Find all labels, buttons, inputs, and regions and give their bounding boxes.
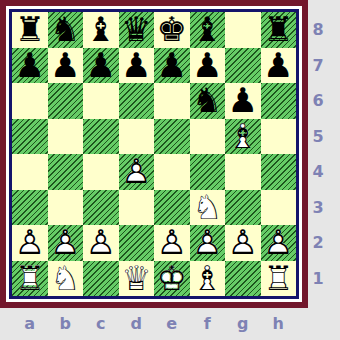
square-c3[interactable] — [83, 190, 119, 226]
file-label-b: b — [48, 308, 84, 338]
square-e1[interactable]: ♚♔ — [154, 261, 190, 297]
file-label-h: h — [261, 308, 297, 338]
piece-black-pawn[interactable]: ♟ — [83, 48, 119, 84]
square-f5[interactable] — [190, 119, 226, 155]
board-inner-border: ♜♞♝♛♚♝♜♟♟♟♟♟♟♟♞♟♝♗♟♙♞♘♟♙♟♙♟♙♟♙♟♙♟♙♟♙♜♖♞♘… — [9, 9, 299, 299]
square-h3[interactable] — [261, 190, 297, 226]
square-g2[interactable]: ♟♙ — [225, 225, 261, 261]
chess-board: ♜♞♝♛♚♝♜♟♟♟♟♟♟♟♞♟♝♗♟♙♞♘♟♙♟♙♟♙♟♙♟♙♟♙♟♙♜♖♞♘… — [12, 12, 296, 296]
square-d5[interactable] — [119, 119, 155, 155]
square-a6[interactable] — [12, 83, 48, 119]
piece-black-knight[interactable]: ♞ — [48, 12, 84, 48]
piece-white-knight[interactable]: ♘ — [48, 261, 84, 297]
square-f7[interactable]: ♟ — [190, 48, 226, 84]
square-g4[interactable] — [225, 154, 261, 190]
square-a2[interactable]: ♟♙ — [12, 225, 48, 261]
piece-black-pawn[interactable]: ♟ — [154, 48, 190, 84]
rank-label-7: 7 — [302, 48, 334, 84]
square-b1[interactable]: ♞♘ — [48, 261, 84, 297]
square-f8[interactable]: ♝ — [190, 12, 226, 48]
rank-label-8: 8 — [302, 12, 334, 48]
file-label-d: d — [119, 308, 155, 338]
rank-label-3: 3 — [302, 190, 334, 226]
square-d4[interactable]: ♟♙ — [119, 154, 155, 190]
square-c7[interactable]: ♟ — [83, 48, 119, 84]
square-a7[interactable]: ♟ — [12, 48, 48, 84]
piece-white-pawn[interactable]: ♙ — [190, 225, 226, 261]
piece-black-knight[interactable]: ♞ — [190, 83, 226, 119]
piece-black-rook[interactable]: ♜ — [261, 12, 297, 48]
rank-label-5: 5 — [302, 119, 334, 155]
rank-label-1: 1 — [302, 261, 334, 297]
piece-white-rook[interactable]: ♖ — [261, 261, 297, 297]
file-labels: abcdefgh — [12, 308, 296, 338]
square-e4[interactable] — [154, 154, 190, 190]
square-f6[interactable]: ♞ — [190, 83, 226, 119]
piece-white-pawn[interactable]: ♙ — [119, 154, 155, 190]
piece-black-pawn[interactable]: ♟ — [190, 48, 226, 84]
square-b6[interactable] — [48, 83, 84, 119]
square-e2[interactable]: ♟♙ — [154, 225, 190, 261]
piece-black-pawn[interactable]: ♟ — [119, 48, 155, 84]
square-h5[interactable] — [261, 119, 297, 155]
square-c5[interactable] — [83, 119, 119, 155]
square-c8[interactable]: ♝ — [83, 12, 119, 48]
square-a8[interactable]: ♜ — [12, 12, 48, 48]
square-g7[interactable] — [225, 48, 261, 84]
square-h7[interactable]: ♟ — [261, 48, 297, 84]
square-d3[interactable] — [119, 190, 155, 226]
rank-label-2: 2 — [302, 225, 334, 261]
rank-labels: 87654321 — [302, 12, 334, 296]
square-g8[interactable] — [225, 12, 261, 48]
piece-black-pawn[interactable]: ♟ — [261, 48, 297, 84]
piece-black-bishop[interactable]: ♝ — [190, 12, 226, 48]
piece-black-queen[interactable]: ♛ — [119, 12, 155, 48]
rank-label-6: 6 — [302, 83, 334, 119]
square-c6[interactable] — [83, 83, 119, 119]
piece-white-pawn[interactable]: ♙ — [154, 225, 190, 261]
piece-black-pawn[interactable]: ♟ — [225, 83, 261, 119]
piece-white-pawn[interactable]: ♙ — [225, 225, 261, 261]
square-b7[interactable]: ♟ — [48, 48, 84, 84]
square-e6[interactable] — [154, 83, 190, 119]
piece-white-knight[interactable]: ♘ — [190, 190, 226, 226]
square-c1[interactable] — [83, 261, 119, 297]
square-h6[interactable] — [261, 83, 297, 119]
piece-white-pawn[interactable]: ♙ — [83, 225, 119, 261]
board-mat: ♜♞♝♛♚♝♜♟♟♟♟♟♟♟♞♟♝♗♟♙♞♘♟♙♟♙♟♙♟♙♟♙♟♙♟♙♜♖♞♘… — [6, 6, 302, 302]
piece-white-pawn[interactable]: ♙ — [12, 225, 48, 261]
piece-white-rook[interactable]: ♖ — [12, 261, 48, 297]
square-b3[interactable] — [48, 190, 84, 226]
piece-white-queen[interactable]: ♕ — [119, 261, 155, 297]
square-f1[interactable]: ♝♗ — [190, 261, 226, 297]
square-b8[interactable]: ♞ — [48, 12, 84, 48]
square-f3[interactable]: ♞♘ — [190, 190, 226, 226]
square-h8[interactable]: ♜ — [261, 12, 297, 48]
piece-black-rook[interactable]: ♜ — [12, 12, 48, 48]
file-label-c: c — [83, 308, 119, 338]
piece-black-pawn[interactable]: ♟ — [48, 48, 84, 84]
piece-white-king[interactable]: ♔ — [154, 261, 190, 297]
square-d1[interactable]: ♛♕ — [119, 261, 155, 297]
square-h2[interactable]: ♟♙ — [261, 225, 297, 261]
square-a4[interactable] — [12, 154, 48, 190]
square-a5[interactable] — [12, 119, 48, 155]
square-d2[interactable] — [119, 225, 155, 261]
square-g3[interactable] — [225, 190, 261, 226]
square-g1[interactable] — [225, 261, 261, 297]
square-b4[interactable] — [48, 154, 84, 190]
square-f4[interactable] — [190, 154, 226, 190]
chess-diagram-page: { "game": "chess", "position": "rnbqkb1r… — [0, 0, 340, 340]
square-b2[interactable]: ♟♙ — [48, 225, 84, 261]
piece-white-pawn[interactable]: ♙ — [48, 225, 84, 261]
piece-black-pawn[interactable]: ♟ — [12, 48, 48, 84]
board-frame: ♜♞♝♛♚♝♜♟♟♟♟♟♟♟♞♟♝♗♟♙♞♘♟♙♟♙♟♙♟♙♟♙♟♙♟♙♜♖♞♘… — [0, 0, 308, 308]
rank-label-4: 4 — [302, 154, 334, 190]
square-h1[interactable]: ♜♖ — [261, 261, 297, 297]
square-e8[interactable]: ♚ — [154, 12, 190, 48]
piece-white-bishop[interactable]: ♗ — [190, 261, 226, 297]
square-d7[interactable]: ♟ — [119, 48, 155, 84]
square-f2[interactable]: ♟♙ — [190, 225, 226, 261]
square-g5[interactable]: ♝♗ — [225, 119, 261, 155]
square-d8[interactable]: ♛ — [119, 12, 155, 48]
square-a1[interactable]: ♜♖ — [12, 261, 48, 297]
square-c4[interactable] — [83, 154, 119, 190]
file-label-g: g — [225, 308, 261, 338]
square-g6[interactable]: ♟ — [225, 83, 261, 119]
square-e7[interactable]: ♟ — [154, 48, 190, 84]
piece-white-pawn[interactable]: ♙ — [261, 225, 297, 261]
piece-black-king[interactable]: ♚ — [154, 12, 190, 48]
file-label-e: e — [154, 308, 190, 338]
piece-white-bishop[interactable]: ♗ — [225, 119, 261, 155]
square-b5[interactable] — [48, 119, 84, 155]
square-d6[interactable] — [119, 83, 155, 119]
square-e3[interactable] — [154, 190, 190, 226]
file-label-f: f — [190, 308, 226, 338]
square-c2[interactable]: ♟♙ — [83, 225, 119, 261]
square-h4[interactable] — [261, 154, 297, 190]
square-e5[interactable] — [154, 119, 190, 155]
piece-black-bishop[interactable]: ♝ — [83, 12, 119, 48]
square-a3[interactable] — [12, 190, 48, 226]
file-label-a: a — [12, 308, 48, 338]
